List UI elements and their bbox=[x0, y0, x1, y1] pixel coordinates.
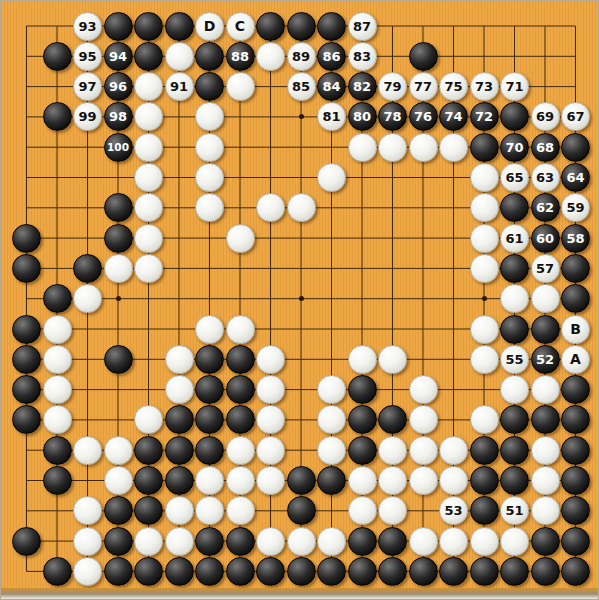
stone-black bbox=[470, 436, 499, 465]
stone-black bbox=[165, 405, 194, 434]
stone-white bbox=[256, 345, 285, 374]
stone-label: 99 bbox=[78, 110, 96, 123]
stone-black bbox=[134, 436, 163, 465]
stone-black bbox=[470, 557, 499, 586]
stone-black bbox=[73, 254, 102, 283]
stone-label: 68 bbox=[536, 141, 554, 154]
stone-black bbox=[500, 557, 529, 586]
stone-black bbox=[12, 254, 41, 283]
stone-white bbox=[73, 527, 102, 556]
stone-black-96: 96 bbox=[104, 72, 133, 101]
stone-black bbox=[12, 224, 41, 253]
stone-black bbox=[348, 436, 377, 465]
stone-black bbox=[317, 557, 346, 586]
stone-label: D bbox=[204, 19, 216, 33]
stone-white bbox=[256, 466, 285, 495]
stone-white bbox=[348, 345, 377, 374]
stone-white bbox=[409, 133, 438, 162]
stone-white bbox=[287, 193, 316, 222]
stone-black bbox=[43, 436, 72, 465]
star-point bbox=[482, 296, 487, 301]
stone-white bbox=[287, 527, 316, 556]
stone-black-86: 86 bbox=[317, 42, 346, 71]
stone-white-79: 79 bbox=[378, 72, 407, 101]
stone-white bbox=[226, 315, 255, 344]
stone-black bbox=[12, 315, 41, 344]
go-diagram-screenshot: 93DC879594888986839796918584827977757371… bbox=[0, 0, 599, 600]
stone-black bbox=[104, 193, 133, 222]
stone-black bbox=[470, 133, 499, 162]
stone-label: 82 bbox=[353, 80, 371, 93]
stone-white bbox=[439, 527, 468, 556]
stone-label: 52 bbox=[536, 353, 554, 366]
stone-black-52: 52 bbox=[531, 345, 560, 374]
stone-white bbox=[73, 557, 102, 586]
stone-white-75: 75 bbox=[439, 72, 468, 101]
stone-black bbox=[378, 527, 407, 556]
stone-white bbox=[470, 254, 499, 283]
stone-white bbox=[226, 72, 255, 101]
stone-black bbox=[195, 527, 224, 556]
stone-white bbox=[165, 496, 194, 525]
stone-white bbox=[226, 496, 255, 525]
star-point bbox=[116, 296, 121, 301]
stone-label: 62 bbox=[536, 201, 554, 214]
stone-white bbox=[500, 375, 529, 404]
stone-black bbox=[348, 405, 377, 434]
stone-black bbox=[134, 466, 163, 495]
stone-black bbox=[43, 284, 72, 313]
stone-white bbox=[104, 436, 133, 465]
stone-black-72: 72 bbox=[470, 102, 499, 131]
stone-label: 63 bbox=[536, 171, 554, 184]
stone-white bbox=[348, 496, 377, 525]
stone-white bbox=[256, 375, 285, 404]
stone-white bbox=[409, 466, 438, 495]
stone-label: 61 bbox=[505, 232, 523, 245]
stone-white bbox=[165, 42, 194, 71]
stone-white-89: 89 bbox=[287, 42, 316, 71]
stone-white bbox=[195, 163, 224, 192]
stone-white bbox=[43, 315, 72, 344]
stone-label: 77 bbox=[414, 80, 432, 93]
stone-white bbox=[73, 436, 102, 465]
stone-white bbox=[439, 436, 468, 465]
stone-white bbox=[531, 496, 560, 525]
stone-label: 76 bbox=[414, 110, 432, 123]
stone-white bbox=[73, 284, 102, 313]
stone-black bbox=[500, 254, 529, 283]
stone-white bbox=[378, 133, 407, 162]
stone-white bbox=[43, 375, 72, 404]
stone-white bbox=[378, 345, 407, 374]
stone-white-97: 97 bbox=[73, 72, 102, 101]
stone-white bbox=[195, 315, 224, 344]
stone-white-83: 83 bbox=[348, 42, 377, 71]
stone-black-62: 62 bbox=[531, 193, 560, 222]
stone-label: 60 bbox=[536, 232, 554, 245]
stone-label: 71 bbox=[505, 80, 523, 93]
stone-black-84: 84 bbox=[317, 72, 346, 101]
stone-label: 80 bbox=[353, 110, 371, 123]
stone-label: 95 bbox=[78, 50, 96, 63]
stone-white-77: 77 bbox=[409, 72, 438, 101]
stone-white bbox=[195, 133, 224, 162]
stone-white bbox=[409, 375, 438, 404]
stone-label: 73 bbox=[475, 80, 493, 93]
stone-black bbox=[378, 557, 407, 586]
stone-label: 91 bbox=[170, 80, 188, 93]
stone-label: 86 bbox=[322, 50, 340, 63]
stone-black bbox=[226, 557, 255, 586]
stone-black bbox=[195, 436, 224, 465]
stone-black-64: 64 bbox=[561, 163, 590, 192]
stone-label: 70 bbox=[505, 141, 523, 154]
stone-black bbox=[531, 557, 560, 586]
stone-black bbox=[165, 466, 194, 495]
stone-black-58: 58 bbox=[561, 224, 590, 253]
stone-label: 59 bbox=[566, 201, 584, 214]
stone-black bbox=[226, 345, 255, 374]
stone-white-91: 91 bbox=[165, 72, 194, 101]
stone-black bbox=[561, 133, 590, 162]
stone-white-61: 61 bbox=[500, 224, 529, 253]
stone-white bbox=[317, 163, 346, 192]
stone-label: 96 bbox=[109, 80, 127, 93]
stone-white bbox=[134, 254, 163, 283]
stone-white bbox=[470, 527, 499, 556]
stone-black bbox=[317, 12, 346, 41]
stone-black bbox=[561, 284, 590, 313]
stone-black-68: 68 bbox=[531, 133, 560, 162]
stone-black bbox=[195, 42, 224, 71]
stone-white-65: 65 bbox=[500, 163, 529, 192]
stone-label: 64 bbox=[566, 171, 584, 184]
stone-black bbox=[531, 527, 560, 556]
stone-white-69: 69 bbox=[531, 102, 560, 131]
stone-label: 97 bbox=[78, 80, 96, 93]
stone-black bbox=[287, 12, 316, 41]
stone-black bbox=[256, 557, 285, 586]
stone-label: 83 bbox=[353, 50, 371, 63]
stone-white-55: 55 bbox=[500, 345, 529, 374]
stone-white bbox=[500, 527, 529, 556]
stone-white bbox=[256, 436, 285, 465]
stone-black bbox=[104, 345, 133, 374]
stone-white bbox=[409, 527, 438, 556]
stone-black bbox=[104, 557, 133, 586]
stone-black bbox=[195, 375, 224, 404]
stone-label: B bbox=[570, 322, 581, 336]
stone-white bbox=[226, 466, 255, 495]
stone-white bbox=[134, 133, 163, 162]
stone-black bbox=[195, 557, 224, 586]
stone-white bbox=[470, 405, 499, 434]
stone-label: 84 bbox=[322, 80, 340, 93]
stone-label: 69 bbox=[536, 110, 554, 123]
stone-black bbox=[500, 436, 529, 465]
stone-white bbox=[531, 466, 560, 495]
stone-white bbox=[256, 527, 285, 556]
stone-white bbox=[348, 133, 377, 162]
stone-white bbox=[317, 527, 346, 556]
stone-white bbox=[531, 375, 560, 404]
star-point bbox=[299, 296, 304, 301]
stone-black bbox=[348, 527, 377, 556]
stone-black bbox=[561, 375, 590, 404]
stone-label: 93 bbox=[78, 20, 96, 33]
stone-black bbox=[134, 557, 163, 586]
stone-white bbox=[439, 466, 468, 495]
stone-black bbox=[287, 557, 316, 586]
stone-black bbox=[561, 436, 590, 465]
stone-white bbox=[470, 193, 499, 222]
stone-label: C bbox=[235, 19, 245, 33]
stone-black bbox=[43, 466, 72, 495]
stone-label: 74 bbox=[444, 110, 462, 123]
stone-label: 94 bbox=[109, 50, 127, 63]
stone-black bbox=[104, 224, 133, 253]
stone-white bbox=[470, 163, 499, 192]
stone-white bbox=[134, 224, 163, 253]
stone-white bbox=[134, 163, 163, 192]
stone-white bbox=[104, 254, 133, 283]
stone-white bbox=[226, 224, 255, 253]
go-board[interactable]: 93DC879594888986839796918584827977757371… bbox=[1, 1, 598, 599]
stone-black bbox=[317, 466, 346, 495]
stone-label: 79 bbox=[383, 80, 401, 93]
star-point bbox=[299, 114, 304, 119]
stone-black bbox=[439, 557, 468, 586]
stone-black-88: 88 bbox=[226, 42, 255, 71]
stone-white bbox=[317, 436, 346, 465]
stone-label: 57 bbox=[536, 262, 554, 275]
stone-label: 75 bbox=[444, 80, 462, 93]
stone-white-87: 87 bbox=[348, 12, 377, 41]
stone-black-82: 82 bbox=[348, 72, 377, 101]
stone-white-57: 57 bbox=[531, 254, 560, 283]
stone-white bbox=[470, 224, 499, 253]
stone-black bbox=[470, 466, 499, 495]
stone-black bbox=[470, 496, 499, 525]
stone-white bbox=[500, 284, 529, 313]
stone-black bbox=[531, 405, 560, 434]
stone-black bbox=[348, 375, 377, 404]
stone-black bbox=[195, 345, 224, 374]
stone-white bbox=[409, 405, 438, 434]
stone-black bbox=[43, 102, 72, 131]
stone-black-60: 60 bbox=[531, 224, 560, 253]
stone-black bbox=[43, 557, 72, 586]
stone-white bbox=[531, 284, 560, 313]
stone-white-D: D bbox=[195, 12, 224, 41]
stone-white bbox=[317, 375, 346, 404]
stone-label: 100 bbox=[107, 142, 129, 153]
stone-black bbox=[12, 527, 41, 556]
stone-white bbox=[134, 72, 163, 101]
stone-black bbox=[134, 42, 163, 71]
stone-label: 78 bbox=[383, 110, 401, 123]
stone-black-70: 70 bbox=[500, 133, 529, 162]
board-bottom-edge-shadow bbox=[1, 588, 598, 599]
stone-white-73: 73 bbox=[470, 72, 499, 101]
stone-black-76: 76 bbox=[409, 102, 438, 131]
stone-black bbox=[12, 375, 41, 404]
stone-label: 53 bbox=[444, 504, 462, 517]
stone-black bbox=[256, 12, 285, 41]
stone-white bbox=[43, 405, 72, 434]
stone-black bbox=[165, 12, 194, 41]
stone-label: A bbox=[570, 352, 581, 366]
stone-black bbox=[409, 557, 438, 586]
stone-label: 89 bbox=[292, 50, 310, 63]
stone-black bbox=[531, 315, 560, 344]
stone-label: 51 bbox=[505, 504, 523, 517]
stone-black bbox=[104, 527, 133, 556]
stone-white bbox=[43, 345, 72, 374]
stone-label: 72 bbox=[475, 110, 493, 123]
stone-white bbox=[470, 345, 499, 374]
stone-label: 67 bbox=[566, 110, 584, 123]
stone-black bbox=[165, 436, 194, 465]
stone-white bbox=[470, 315, 499, 344]
stone-white-C: C bbox=[226, 12, 255, 41]
stone-black bbox=[409, 42, 438, 71]
stone-black bbox=[226, 405, 255, 434]
stone-label: 65 bbox=[505, 171, 523, 184]
stone-label: 81 bbox=[322, 110, 340, 123]
stone-white bbox=[256, 42, 285, 71]
stone-black bbox=[561, 466, 590, 495]
stone-label: 98 bbox=[109, 110, 127, 123]
stone-white bbox=[226, 436, 255, 465]
stone-white bbox=[378, 466, 407, 495]
stone-black bbox=[561, 527, 590, 556]
stone-white bbox=[378, 436, 407, 465]
stone-white bbox=[165, 375, 194, 404]
stone-white bbox=[134, 527, 163, 556]
stone-black bbox=[104, 496, 133, 525]
stone-black-100: 100 bbox=[104, 133, 133, 162]
stone-white bbox=[439, 133, 468, 162]
stone-white bbox=[104, 466, 133, 495]
stone-white-71: 71 bbox=[500, 72, 529, 101]
stone-label: 85 bbox=[292, 80, 310, 93]
stone-white bbox=[165, 345, 194, 374]
stone-black bbox=[287, 496, 316, 525]
stone-black bbox=[287, 466, 316, 495]
stone-black bbox=[561, 557, 590, 586]
stone-black bbox=[195, 72, 224, 101]
stone-black bbox=[226, 375, 255, 404]
stone-label: 87 bbox=[353, 20, 371, 33]
stone-white-85: 85 bbox=[287, 72, 316, 101]
stone-black bbox=[43, 42, 72, 71]
stone-black bbox=[561, 254, 590, 283]
stone-white-A: A bbox=[561, 345, 590, 374]
stone-black-94: 94 bbox=[104, 42, 133, 71]
stone-white-63: 63 bbox=[531, 163, 560, 192]
stone-black bbox=[500, 466, 529, 495]
stone-black bbox=[500, 315, 529, 344]
stone-black bbox=[226, 527, 255, 556]
stone-label: 55 bbox=[505, 353, 523, 366]
stone-white bbox=[348, 466, 377, 495]
stone-white-93: 93 bbox=[73, 12, 102, 41]
stone-black bbox=[104, 12, 133, 41]
stone-black bbox=[165, 557, 194, 586]
stone-white bbox=[531, 436, 560, 465]
stone-white-95: 95 bbox=[73, 42, 102, 71]
stone-black-98: 98 bbox=[104, 102, 133, 131]
stone-black bbox=[348, 557, 377, 586]
stone-black bbox=[12, 345, 41, 374]
stone-label: 58 bbox=[566, 232, 584, 245]
stone-black-80: 80 bbox=[348, 102, 377, 131]
stone-white bbox=[409, 436, 438, 465]
stone-label: 88 bbox=[231, 50, 249, 63]
stone-white bbox=[195, 466, 224, 495]
stone-white bbox=[165, 527, 194, 556]
stone-white-B: B bbox=[561, 315, 590, 344]
stone-black bbox=[134, 12, 163, 41]
